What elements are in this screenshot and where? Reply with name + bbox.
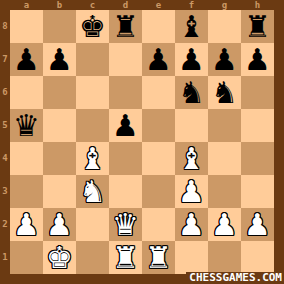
piece-black-pawn[interactable]: ♟: [244, 43, 271, 76]
square-h2[interactable]: ♟: [241, 208, 274, 241]
square-b3[interactable]: [43, 175, 76, 208]
square-g5[interactable]: [208, 109, 241, 142]
square-a2[interactable]: ♟: [10, 208, 43, 241]
rank-label-4: 4: [0, 142, 10, 175]
rank-label-7: 7: [0, 43, 10, 76]
file-label-g: g: [208, 0, 241, 10]
square-f8[interactable]: ♝: [175, 10, 208, 43]
square-d8[interactable]: ♜: [109, 10, 142, 43]
piece-black-knight[interactable]: ♞: [178, 76, 205, 109]
square-h6[interactable]: [241, 76, 274, 109]
piece-white-pawn[interactable]: ♟: [178, 208, 205, 241]
piece-white-king[interactable]: ♚: [46, 241, 73, 274]
square-a8[interactable]: [10, 10, 43, 43]
square-f1[interactable]: [175, 241, 208, 274]
square-h4[interactable]: [241, 142, 274, 175]
piece-white-rook[interactable]: ♜: [145, 241, 172, 274]
square-h7[interactable]: ♟: [241, 43, 274, 76]
file-label-b: b: [43, 0, 76, 10]
piece-black-pawn[interactable]: ♟: [145, 43, 172, 76]
piece-white-queen[interactable]: ♛: [112, 208, 139, 241]
square-d5[interactable]: ♟: [109, 109, 142, 142]
piece-black-rook[interactable]: ♜: [244, 10, 271, 43]
square-f5[interactable]: [175, 109, 208, 142]
square-c5[interactable]: [76, 109, 109, 142]
square-c4[interactable]: ♝: [76, 142, 109, 175]
rank-labels: 87654321: [0, 10, 10, 274]
square-g2[interactable]: ♟: [208, 208, 241, 241]
file-labels: abcdefgh: [10, 0, 274, 10]
square-e2[interactable]: [142, 208, 175, 241]
piece-black-pawn[interactable]: ♟: [13, 43, 40, 76]
square-d1[interactable]: ♜: [109, 241, 142, 274]
piece-black-knight[interactable]: ♞: [211, 76, 238, 109]
square-a7[interactable]: ♟: [10, 43, 43, 76]
square-c7[interactable]: [76, 43, 109, 76]
piece-white-rook[interactable]: ♜: [112, 241, 139, 274]
square-f7[interactable]: ♟: [175, 43, 208, 76]
piece-white-bishop[interactable]: ♝: [178, 142, 205, 175]
square-d3[interactable]: [109, 175, 142, 208]
square-a3[interactable]: [10, 175, 43, 208]
chess-diagram: abcdefgh 87654321 ♚♜♝♜♟♟♟♟♟♟♞♞♛♟♝♝♞♟♟♟♛♟…: [0, 0, 284, 284]
piece-black-queen[interactable]: ♛: [13, 109, 40, 142]
square-c1[interactable]: [76, 241, 109, 274]
piece-black-pawn[interactable]: ♟: [112, 109, 139, 142]
square-c2[interactable]: [76, 208, 109, 241]
square-g3[interactable]: [208, 175, 241, 208]
piece-white-bishop[interactable]: ♝: [79, 142, 106, 175]
rank-label-6: 6: [0, 76, 10, 109]
file-label-e: e: [142, 0, 175, 10]
square-a5[interactable]: ♛: [10, 109, 43, 142]
square-g6[interactable]: ♞: [208, 76, 241, 109]
piece-white-knight[interactable]: ♞: [79, 175, 106, 208]
file-label-h: h: [241, 0, 274, 10]
piece-white-pawn[interactable]: ♟: [178, 175, 205, 208]
square-f4[interactable]: ♝: [175, 142, 208, 175]
square-e5[interactable]: [142, 109, 175, 142]
file-label-a: a: [10, 0, 43, 10]
piece-black-pawn[interactable]: ♟: [178, 43, 205, 76]
square-h5[interactable]: [241, 109, 274, 142]
piece-black-pawn[interactable]: ♟: [211, 43, 238, 76]
square-a1[interactable]: [10, 241, 43, 274]
square-a4[interactable]: [10, 142, 43, 175]
board: ♚♜♝♜♟♟♟♟♟♟♞♞♛♟♝♝♞♟♟♟♛♟♟♟♚♜♜: [10, 10, 274, 274]
piece-black-rook[interactable]: ♜: [112, 10, 139, 43]
square-e3[interactable]: [142, 175, 175, 208]
square-b5[interactable]: [43, 109, 76, 142]
square-f3[interactable]: ♟: [175, 175, 208, 208]
piece-black-king[interactable]: ♚: [79, 10, 106, 43]
rank-label-5: 5: [0, 109, 10, 142]
piece-black-bishop[interactable]: ♝: [178, 10, 205, 43]
square-g1[interactable]: [208, 241, 241, 274]
square-g8[interactable]: [208, 10, 241, 43]
chessgames-watermark: CHESSGAMES.COM: [186, 272, 283, 284]
square-b7[interactable]: ♟: [43, 43, 76, 76]
rank-label-2: 2: [0, 208, 10, 241]
file-label-d: d: [109, 0, 142, 10]
square-h1[interactable]: [241, 241, 274, 274]
square-d4[interactable]: [109, 142, 142, 175]
square-b1[interactable]: ♚: [43, 241, 76, 274]
square-a6[interactable]: [10, 76, 43, 109]
square-e1[interactable]: ♜: [142, 241, 175, 274]
rank-label-8: 8: [0, 10, 10, 43]
piece-black-pawn[interactable]: ♟: [46, 43, 73, 76]
piece-white-pawn[interactable]: ♟: [244, 208, 271, 241]
square-h3[interactable]: [241, 175, 274, 208]
square-e8[interactable]: [142, 10, 175, 43]
square-b8[interactable]: [43, 10, 76, 43]
piece-white-pawn[interactable]: ♟: [46, 208, 73, 241]
rank-label-3: 3: [0, 175, 10, 208]
square-c3[interactable]: ♞: [76, 175, 109, 208]
square-f6[interactable]: ♞: [175, 76, 208, 109]
square-c6[interactable]: [76, 76, 109, 109]
square-d7[interactable]: [109, 43, 142, 76]
square-c8[interactable]: ♚: [76, 10, 109, 43]
square-e6[interactable]: [142, 76, 175, 109]
square-b4[interactable]: [43, 142, 76, 175]
square-g7[interactable]: ♟: [208, 43, 241, 76]
file-label-c: c: [76, 0, 109, 10]
square-b2[interactable]: ♟: [43, 208, 76, 241]
square-d2[interactable]: ♛: [109, 208, 142, 241]
piece-white-pawn[interactable]: ♟: [13, 208, 40, 241]
square-h8[interactable]: ♜: [241, 10, 274, 43]
square-b6[interactable]: [43, 76, 76, 109]
piece-white-pawn[interactable]: ♟: [211, 208, 238, 241]
rank-label-1: 1: [0, 241, 10, 274]
square-f2[interactable]: ♟: [175, 208, 208, 241]
file-label-f: f: [175, 0, 208, 10]
square-e4[interactable]: [142, 142, 175, 175]
square-g4[interactable]: [208, 142, 241, 175]
square-d6[interactable]: [109, 76, 142, 109]
square-e7[interactable]: ♟: [142, 43, 175, 76]
